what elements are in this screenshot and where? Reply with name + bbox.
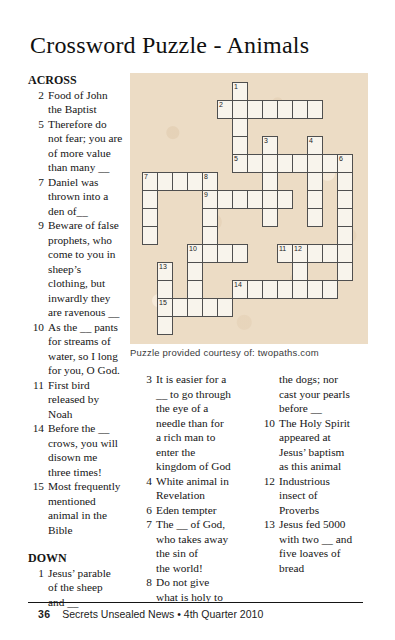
grid-cell: [262, 208, 278, 227]
grid-cell: [202, 208, 218, 227]
grid-cell: 7: [142, 172, 158, 191]
clue-item: 2Food of John the Baptist: [28, 88, 136, 117]
grid-cell: 11: [277, 244, 293, 263]
grid-cell: [217, 298, 233, 317]
grid-cell: [307, 172, 323, 191]
grid-cell: [337, 262, 353, 281]
grid-cell: [337, 172, 353, 191]
clues-column-right: the dogs; nor cast your pearls before __…: [262, 372, 392, 575]
clues-down-heading: DOWN: [28, 551, 136, 566]
clue-item: 4White animal in Revelation: [143, 474, 261, 503]
grid-cell: [187, 280, 203, 299]
clue-number: 10: [28, 320, 48, 335]
puzzle-panel: 123456789101112131415: [130, 73, 368, 344]
clue-number: 2: [28, 88, 48, 103]
clue-text: First bird released by Noah: [48, 378, 99, 422]
clue-text: Jesus fed 5000 with two __ and five loav…: [279, 517, 352, 575]
grid-cell: [277, 190, 293, 209]
clue-item: 10The Holy Spirit appeared at Jesus’ bap…: [262, 416, 392, 474]
grid-cell-number: 14: [234, 281, 242, 289]
grid-cell: [232, 244, 248, 263]
grid-cell: [217, 244, 233, 263]
grid-cell: [307, 100, 323, 119]
grid-cell: 9: [202, 190, 218, 209]
page-title: Crossword Puzzle - Animals: [30, 32, 309, 59]
clue-item: 8Do not give what is holy to: [143, 575, 261, 604]
grid-cell: [247, 190, 263, 209]
clue-text: It is easier for a __ to go through the …: [156, 372, 231, 474]
clue-item: 12Industrious insect of Proverbs: [262, 474, 392, 518]
grid-cell-number: 10: [189, 245, 197, 253]
grid-cell: [292, 100, 308, 119]
clue-text: The Holy Spirit appeared at Jesus’ bapti…: [279, 416, 350, 474]
clue-item: 6Eden tempter: [143, 503, 261, 518]
grid-cell-number: 15: [159, 299, 167, 307]
grid-cell: 4: [307, 136, 323, 155]
grid-cell: [337, 244, 353, 263]
grid-cell: [307, 154, 323, 173]
clue-text: Therefore do not fear; you are of more v…: [48, 117, 122, 175]
grid-cell: 3: [262, 136, 278, 155]
clue-number: 3: [143, 372, 156, 387]
grid-cell: [337, 226, 353, 245]
clue-text: Food of John the Baptist: [48, 88, 108, 117]
grid-cell: [292, 154, 308, 173]
grid-cell: [277, 100, 293, 119]
grid-cell: [262, 100, 278, 119]
grid-cell: [157, 172, 173, 191]
clue-number: 4: [143, 474, 156, 489]
clue-item: 11First bird released by Noah: [28, 378, 136, 422]
grid-cell: [142, 190, 158, 209]
grid-cell: [292, 262, 308, 281]
clue-item: 3It is easier for a __ to go through the…: [143, 372, 261, 474]
clue-text: Do not give what is holy to: [156, 575, 223, 604]
clue-number: 9: [28, 218, 48, 233]
grid-cell: 14: [232, 280, 248, 299]
clue-item: 9Beware of false prophets, who come to y…: [28, 218, 136, 320]
grid-cell: [217, 190, 233, 209]
grid-cell: 6: [337, 154, 353, 173]
grid-cell: [337, 208, 353, 227]
grid-cell: [322, 154, 338, 173]
grid-cell: [307, 244, 323, 263]
grid-cell: 12: [292, 244, 308, 263]
grid-cell-number: 5: [234, 155, 238, 163]
grid-cell: [262, 154, 278, 173]
across-clues-list: 2Food of John the Baptist5Therefore do n…: [28, 88, 136, 538]
grid-cell-number: 2: [219, 101, 223, 109]
grid-cell-number: 13: [159, 263, 167, 271]
clue-item: 15Most frequently mentioned animal in th…: [28, 479, 136, 537]
clue-number: 1: [28, 566, 48, 581]
grid-cell: [232, 118, 248, 137]
clue-item: 7The __ of God, who takes away the sin o…: [143, 517, 261, 575]
grid-cell: [202, 244, 218, 263]
grid-cell: [307, 208, 323, 227]
footer-rule: [28, 602, 363, 603]
clue-number: 13: [262, 517, 279, 532]
clue-text: Eden tempter: [156, 503, 217, 518]
clue-number: 6: [143, 503, 156, 518]
grid-cell: [322, 280, 338, 299]
grid-cell: [232, 100, 248, 119]
grid-cell: [172, 172, 188, 191]
footer-publication: Secrets Unsealed News • 4th Quarter 2010: [62, 608, 263, 620]
clue-item: 14Before the __ crows, you will disown m…: [28, 421, 136, 479]
clue-number: 7: [143, 517, 156, 532]
clue-number: 8: [143, 575, 156, 590]
grid-cell: [247, 100, 263, 119]
clue-item: 13Jesus fed 5000 with two __ and five lo…: [262, 517, 392, 575]
grid-cell: 8: [202, 172, 218, 191]
footer: 36 Secrets Unsealed News • 4th Quarter 2…: [38, 608, 368, 620]
clue-text: the dogs; nor cast your pearls before __: [279, 372, 350, 416]
grid-cell: 10: [187, 244, 203, 263]
clue-text: As the __ pants for streams of water, so…: [48, 320, 120, 378]
clues-across-heading: ACROSS: [28, 73, 136, 88]
grid-cell-number: 12: [294, 245, 302, 253]
clue-number: 7: [28, 175, 48, 190]
grid-cell-number: 9: [204, 191, 208, 199]
grid-cell-number: 7: [144, 173, 148, 181]
grid-cell: [157, 316, 173, 335]
grid-cell-number: 6: [339, 155, 343, 163]
grid-cell: [292, 280, 308, 299]
grid-cell: [187, 298, 203, 317]
grid-cell: [142, 208, 158, 227]
grid-cell: [247, 280, 263, 299]
grid-cell: [307, 280, 323, 299]
grid-cell: [262, 190, 278, 209]
clue-number: 12: [262, 474, 279, 489]
clue-number: 14: [28, 421, 48, 436]
grid-cell-number: 1: [234, 83, 238, 91]
grid-cell-number: 3: [264, 137, 268, 145]
grid-cell: [262, 280, 278, 299]
grid-cell: 13: [157, 262, 173, 281]
grid-cell: [247, 154, 263, 173]
grid-cell: [337, 190, 353, 209]
clue-number: 10: [262, 416, 279, 431]
grid-cell: [322, 244, 338, 263]
clue-text: Beware of false prophets, who come to yo…: [48, 218, 120, 320]
grid-cell: [262, 172, 278, 191]
grid-cell: [187, 262, 203, 281]
clue-text: Daniel was thrown into a den of__: [48, 175, 108, 219]
clue-text: Before the __ crows, you will disown me …: [48, 421, 118, 479]
clue-number: 5: [28, 117, 48, 132]
grid-cell: [187, 172, 203, 191]
grid-cell-number: 4: [309, 137, 313, 145]
grid-cell: [202, 226, 218, 245]
clue-text: Most frequently mentioned animal in the …: [48, 479, 120, 537]
grid-cell: [232, 190, 248, 209]
clue-number: 11: [28, 378, 48, 393]
clue-text: Industrious insect of Proverbs: [279, 474, 330, 518]
grid-cell: [232, 136, 248, 155]
grid-cell: 1: [232, 82, 248, 101]
grid-cell: [277, 154, 293, 173]
grid-cell: [277, 280, 293, 299]
crossword-grid: 123456789101112131415: [142, 82, 353, 335]
grid-cell: [157, 280, 173, 299]
grid-cell: 5: [232, 154, 248, 173]
clue-item: 10As the __ pants for streams of water, …: [28, 320, 136, 378]
clue-text: The __ of God, who takes away the sin of…: [156, 517, 228, 575]
clues-column-middle: 3It is easier for a __ to go through the…: [143, 372, 261, 604]
grid-cell: 2: [217, 100, 233, 119]
clues-column-left: ACROSS 2Food of John the Baptist5Therefo…: [28, 73, 136, 609]
clue-number: 15: [28, 479, 48, 494]
clue-item: 7Daniel was thrown into a den of__: [28, 175, 136, 219]
clue-text: White animal in Revelation: [156, 474, 229, 503]
footer-page-number: 36: [38, 608, 50, 620]
grid-cell: [172, 298, 188, 317]
grid-cell-number: 8: [204, 173, 208, 181]
grid-cell: [202, 298, 218, 317]
grid-cell: 15: [157, 298, 173, 317]
puzzle-credit: Puzzle provided courtesy of: twopaths.co…: [130, 347, 319, 358]
grid-cell-number: 11: [279, 245, 286, 253]
clue-item: 5Therefore do not fear; you are of more …: [28, 117, 136, 175]
clue-item: the dogs; nor cast your pearls before __: [262, 372, 392, 416]
grid-cell: [307, 190, 323, 209]
grid-cell: [142, 226, 158, 245]
